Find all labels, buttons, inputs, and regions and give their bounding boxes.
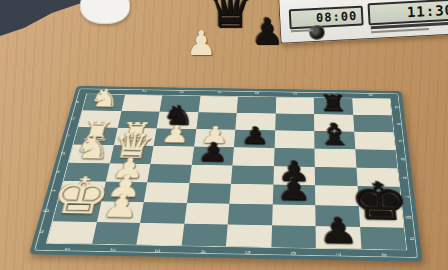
board-square-d3 xyxy=(150,146,193,165)
board-square-b6 xyxy=(275,113,314,130)
board-square-d5 xyxy=(232,147,274,166)
board-square-b2 xyxy=(117,111,159,128)
board-square-g2: ♟ xyxy=(96,202,143,223)
board-square-g6 xyxy=(272,205,316,227)
captured-white-pawn: ♟ xyxy=(186,26,216,60)
board-square-c8 xyxy=(354,131,396,149)
board-square-c7: ♝ xyxy=(314,131,355,149)
board-square-h3 xyxy=(136,223,184,245)
clock-print-line xyxy=(371,28,429,33)
white-cup xyxy=(80,0,130,24)
board-square-d2: ♛ xyxy=(110,145,154,164)
board-square-h1 xyxy=(47,221,96,243)
board-square-f2: ♟ xyxy=(101,182,147,202)
board-square-b1 xyxy=(78,110,121,127)
chess-clock: 08:00 11:30 xyxy=(278,0,448,44)
board-square-e3 xyxy=(147,164,191,184)
board-square-b8 xyxy=(353,115,394,132)
board-square-e2: ♟ xyxy=(105,163,150,183)
board-square-c1: ♜ xyxy=(74,127,118,145)
board-square-e4 xyxy=(189,164,232,184)
board-square-d6 xyxy=(274,148,315,167)
board-square-c3: ♟ xyxy=(154,128,196,146)
board-square-a3 xyxy=(160,96,201,113)
board-square-e8 xyxy=(356,167,399,187)
board-square-c2: ♜ xyxy=(114,128,157,146)
board-square-f1 xyxy=(58,181,105,201)
board-square-g8: ♚ xyxy=(358,206,403,228)
board-square-a1: ♞ xyxy=(83,94,125,111)
board-square-b5 xyxy=(235,113,275,130)
board-square-e6: ♟ xyxy=(273,166,315,186)
board-square-d1: ♞ xyxy=(69,144,114,163)
board-square-f6: ♟ xyxy=(272,185,315,206)
captured-black-pawn: ♟ xyxy=(251,14,283,50)
board-square-e1 xyxy=(64,162,110,182)
board-square-d8 xyxy=(355,149,397,168)
board-square-g7 xyxy=(315,205,359,227)
board-square-h4 xyxy=(181,224,228,246)
scene-photo: 08:00 11:30 ♛ ♟ ♟ 12345678 12345678 abcd… xyxy=(0,0,448,270)
board-square-g4 xyxy=(184,203,229,224)
board-square-g3 xyxy=(140,202,186,223)
board-square-a8 xyxy=(352,99,392,116)
board-square-b7 xyxy=(314,114,354,131)
board-square-f8 xyxy=(357,186,401,207)
board-square-f4 xyxy=(186,183,230,204)
board-square-f3 xyxy=(144,183,189,204)
board-square-h2 xyxy=(92,222,140,244)
clock-display-right: 11:30 xyxy=(368,0,448,25)
board-square-h6 xyxy=(271,225,316,248)
board-square-c5: ♟ xyxy=(234,130,275,148)
board-square-b3: ♞ xyxy=(157,112,198,129)
board-square-f7 xyxy=(315,186,358,207)
board-square-h8 xyxy=(360,227,407,250)
board-square-a4 xyxy=(198,96,238,113)
board-square-d4: ♟ xyxy=(191,146,234,165)
board-square-a6 xyxy=(275,97,314,114)
board-square-a7: ♜ xyxy=(314,98,353,115)
board-square-h7: ♟ xyxy=(316,226,361,249)
board-square-f5 xyxy=(229,184,273,205)
clock-display-left: 08:00 xyxy=(289,6,364,30)
board-square-e7 xyxy=(315,167,357,187)
board-square-h5 xyxy=(226,225,272,248)
board-square-g1: ♚ xyxy=(53,201,101,222)
board-square-a2 xyxy=(121,95,162,112)
board-square-d7 xyxy=(314,148,355,167)
board-square-e5 xyxy=(231,165,274,185)
clock-button-icon xyxy=(309,25,326,41)
board-square-c6 xyxy=(274,130,314,148)
chess-board: 12345678 12345678 abcdefgh abcdefgh ♞♜♞♜… xyxy=(29,86,422,262)
board-square-a5 xyxy=(237,97,276,114)
board-square-b4 xyxy=(196,112,237,129)
board-squares: ♞♜♞♜♜♟♟♟♝♞♛♟♟♟♟♟♚♟♚♟ xyxy=(47,94,406,249)
board-square-c4: ♟ xyxy=(194,129,236,147)
board-square-g5 xyxy=(228,204,273,226)
